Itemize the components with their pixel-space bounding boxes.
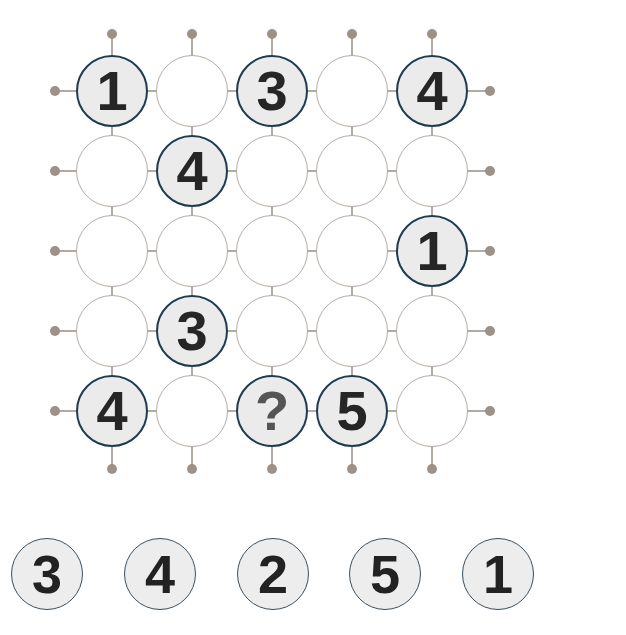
puzzle-grid: 1 3 4 4 1 3 4 ? 5 [72,51,472,451]
grid-cell-r2c3 [236,135,308,207]
right-edge-dot-r3 [485,246,495,256]
grid-cell-r3c5: 1 [396,215,468,287]
grid-cell-r4c4 [316,295,388,367]
right-edge-dot-r2 [485,166,495,176]
answer-options-row: 3 4 2 5 1 [0,538,626,610]
grid-cell-r2c1 [76,135,148,207]
grid-cell-r1c3: 3 [236,55,308,127]
left-edge-dot-r1 [50,86,60,96]
grid-cell-r2c2: 4 [156,135,228,207]
grid-cell-r2c4 [316,135,388,207]
grid-cell-r3c4 [316,215,388,287]
right-edge-dot-r4 [485,326,495,336]
grid-cell-r5c5 [396,375,468,447]
answer-option-2[interactable]: 4 [124,538,196,610]
bottom-edge-dot-c4 [347,464,357,474]
grid-cell-r5c4: 5 [316,375,388,447]
right-edge-dot-r1 [485,86,495,96]
grid-cell-r1c5: 4 [396,55,468,127]
grid-cell-r1c4 [316,55,388,127]
grid-cell-r1c1: 1 [76,55,148,127]
bottom-edge-dot-c2 [187,464,197,474]
top-edge-dot-c4 [347,29,357,39]
top-edge-dot-c3 [267,29,277,39]
grid-cell-r4c3 [236,295,308,367]
grid-cell-r1c2 [156,55,228,127]
top-edge-dot-c2 [187,29,197,39]
grid-cell-r3c2 [156,215,228,287]
bottom-edge-dot-c3 [267,464,277,474]
bottom-edge-dot-c1 [107,464,117,474]
bottom-edge-dot-c5 [427,464,437,474]
answer-option-5[interactable]: 1 [462,538,534,610]
grid-cell-r3c3 [236,215,308,287]
grid-cell-r5c1: 4 [76,375,148,447]
answer-option-3[interactable]: 2 [237,538,309,610]
grid-cell-r4c1 [76,295,148,367]
top-edge-dot-c5 [427,29,437,39]
top-edge-dot-c1 [107,29,117,39]
grid-cell-r4c5 [396,295,468,367]
left-edge-dot-r5 [50,406,60,416]
puzzle-board: 1 3 4 4 1 3 4 ? 5 [0,0,626,500]
grid-cell-r4c2: 3 [156,295,228,367]
right-edge-dot-r5 [485,406,495,416]
left-edge-dot-r3 [50,246,60,256]
answer-option-1[interactable]: 3 [11,538,83,610]
answer-option-4[interactable]: 5 [349,538,421,610]
grid-cell-r5c2 [156,375,228,447]
grid-cell-question[interactable]: ? [236,375,308,447]
grid-cell-r2c5 [396,135,468,207]
grid-cell-r3c1 [76,215,148,287]
left-edge-dot-r4 [50,326,60,336]
left-edge-dot-r2 [50,166,60,176]
